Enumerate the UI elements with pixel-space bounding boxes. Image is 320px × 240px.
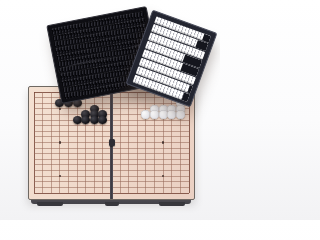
grid-line-vertical [120, 92, 121, 193]
empty-channel-gap [181, 92, 189, 101]
board-foot-tab [37, 202, 63, 206]
grid-line-vertical [128, 92, 129, 193]
white-stone[interactable] [176, 110, 185, 119]
grid-line-vertical [137, 92, 138, 193]
black-stone[interactable] [81, 116, 90, 125]
board-foot-tab [159, 202, 185, 206]
star-point [59, 175, 62, 177]
product-photo-scene [0, 0, 220, 220]
go-board-surface[interactable] [28, 86, 195, 200]
empty-channel-gap [187, 85, 192, 93]
black-stone[interactable] [98, 116, 107, 125]
grid-line-vertical [145, 92, 146, 193]
grid-line-vertical [189, 92, 190, 193]
board-hinge-tab [105, 202, 119, 206]
board-hinge-knob [109, 139, 115, 146]
white-stone[interactable] [150, 110, 159, 119]
star-point [59, 141, 62, 143]
star-point [59, 108, 62, 110]
white-stone[interactable] [167, 110, 176, 119]
